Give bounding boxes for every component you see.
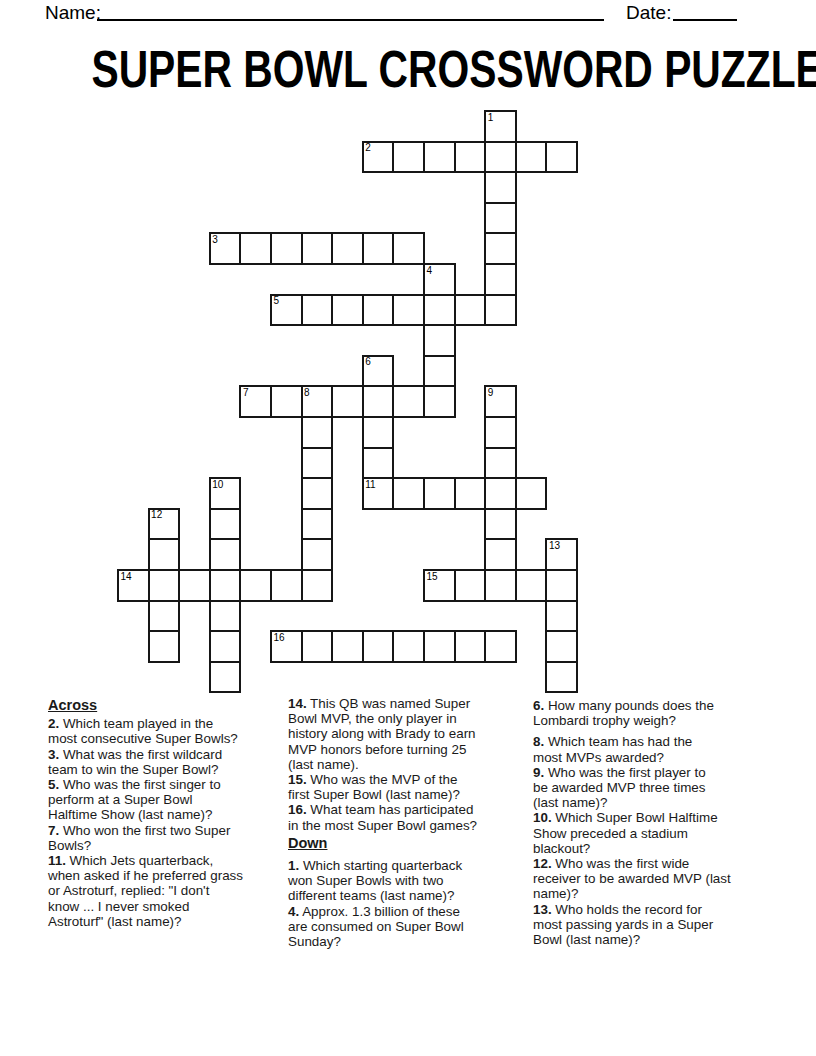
cell-number: 1 — [488, 113, 494, 123]
grid-cell[interactable] — [545, 661, 578, 694]
clue-text: This QB was named Super Bowl MVP, the on… — [288, 696, 476, 772]
grid-cell[interactable] — [392, 630, 425, 663]
grid-cell[interactable] — [362, 385, 395, 418]
grid-cell[interactable] — [362, 630, 395, 663]
clue-13: 13. Who holds the record for most passin… — [533, 902, 795, 948]
clue-number-label: 10. — [533, 810, 552, 825]
clue-number-label: 16. — [288, 802, 307, 817]
clue-text: Who was the first wide receiver to be aw… — [533, 856, 731, 901]
cell-number: 12 — [151, 510, 162, 520]
cell-number: 7 — [243, 388, 249, 398]
clue-9: 9. Who was the first player to be awarde… — [533, 765, 795, 811]
clue-number-label: 6. — [533, 698, 544, 713]
grid-cell[interactable] — [545, 630, 578, 663]
grid-cell[interactable] — [392, 294, 425, 327]
clues-col-3: 6. How many pounds does the Lombardi tro… — [533, 698, 795, 947]
clue-number-label: 2. — [48, 716, 59, 731]
grid-cell[interactable] — [362, 294, 395, 327]
clue-text: Who was the first singer to perform at a… — [48, 777, 221, 822]
grid-cell[interactable] — [515, 141, 548, 174]
clue-2: 2. Which team played in the most consecu… — [48, 716, 310, 746]
grid-cell[interactable] — [209, 508, 242, 541]
grid-cell[interactable] — [301, 569, 334, 602]
grid-cell[interactable] — [545, 141, 578, 174]
clue-text: Which Jets quarterback, when asked if he… — [48, 853, 243, 929]
grid-cell[interactable] — [301, 416, 334, 449]
cell-number: 5 — [274, 296, 280, 306]
clue-number-label: 13. — [533, 902, 552, 917]
clue-5: 5. Who was the first singer to perform a… — [48, 777, 310, 823]
clue-1: 1. Which starting quarterback won Super … — [288, 858, 550, 904]
grid-cell[interactable] — [362, 416, 395, 449]
clue-text: Which starting quarterback won Super Bow… — [288, 858, 462, 903]
grid-cell[interactable] — [423, 324, 456, 357]
crossword-grid: 12345678910111213141516 — [117, 110, 579, 694]
clue-text: How many pounds does the Lombardi trophy… — [533, 698, 714, 728]
clue-text: Who was the first player to be awarded M… — [533, 765, 706, 810]
clue-number-label: 15. — [288, 772, 307, 787]
name-blank-line — [97, 19, 604, 21]
grid-cell[interactable] — [454, 294, 487, 327]
grid-cell[interactable] — [454, 630, 487, 663]
grid-cell[interactable] — [423, 355, 456, 388]
grid-cell[interactable] — [484, 538, 517, 571]
grid-cell[interactable] — [454, 569, 487, 602]
grid-cell[interactable] — [239, 569, 272, 602]
cell-number: 6 — [365, 357, 371, 367]
grid-cell[interactable] — [392, 141, 425, 174]
clue-number-label: 4. — [288, 904, 299, 919]
clues-col-2: 14. This QB was named Super Bowl MVP, th… — [288, 696, 550, 949]
grid-cell[interactable] — [423, 477, 456, 510]
grid-cell[interactable] — [301, 477, 334, 510]
title-wrap: SUPER BOWL CROSSWORD PUZZLE — [0, 44, 816, 95]
grid-cell[interactable] — [515, 477, 548, 510]
clue-text: Who was the MVP of the first Super Bowl … — [288, 772, 460, 802]
cell-number: 3 — [212, 235, 218, 245]
date-label: Date: — [626, 3, 671, 22]
clue-number-label: 8. — [533, 734, 544, 749]
grid-cell[interactable] — [239, 232, 272, 265]
clue-7: 7. Who won the first two Super Bowls? — [48, 823, 310, 853]
grid-cell[interactable] — [209, 600, 242, 633]
grid-cell[interactable] — [209, 569, 242, 602]
grid-cell[interactable] — [423, 630, 456, 663]
grid-cell[interactable] — [484, 569, 517, 602]
cell-number: 14 — [121, 572, 132, 582]
grid-cell[interactable] — [148, 600, 181, 633]
clue-text: Approx. 1.3 billion of these are consume… — [288, 904, 464, 949]
grid-cell[interactable] — [454, 477, 487, 510]
clue-12: 12. Who was the first wide receiver to b… — [533, 856, 795, 902]
clue-11: 11. Which Jets quarterback, when asked i… — [48, 853, 310, 929]
clue-text: What was the first wildcard team to win … — [48, 747, 222, 777]
grid-cell[interactable] — [484, 202, 517, 235]
grid-cell[interactable] — [331, 385, 364, 418]
cell-number: 4 — [427, 266, 433, 276]
grid-cell[interactable] — [301, 538, 334, 571]
clue-number-label: 9. — [533, 765, 544, 780]
clue-number-label: 5. — [48, 777, 59, 792]
page-title: SUPER BOWL CROSSWORD PUZZLE — [91, 44, 816, 95]
grid-cell[interactable] — [270, 569, 303, 602]
clue-text: What team has participated in the most S… — [288, 802, 477, 832]
grid-cell[interactable] — [545, 569, 578, 602]
clue-number-label: 11. — [48, 853, 66, 868]
grid-cell[interactable] — [301, 508, 334, 541]
cell-number: 13 — [549, 541, 560, 551]
grid-cell[interactable] — [423, 294, 456, 327]
clue-text: Who holds the record for most passing ya… — [533, 902, 713, 947]
clue-text: Which team played in the most consecutiv… — [48, 716, 238, 746]
grid-cell[interactable] — [331, 294, 364, 327]
grid-cell[interactable] — [423, 385, 456, 418]
grid-cell[interactable] — [301, 630, 334, 663]
grid-cell[interactable] — [484, 416, 517, 449]
cell-number: 10 — [212, 480, 223, 490]
grid-cell[interactable] — [301, 447, 334, 480]
grid-cell[interactable] — [484, 141, 517, 174]
grid-cell[interactable] — [362, 447, 395, 480]
clue-3: 3. What was the first wildcard team to w… — [48, 747, 310, 777]
clue-8: 8. Which team has had the most MVPs awar… — [533, 734, 795, 764]
clue-number-label: 12. — [533, 856, 552, 871]
cell-number: 8 — [304, 388, 310, 398]
clue-6: 6. How many pounds does the Lombardi tro… — [533, 698, 795, 728]
cell-number: 9 — [488, 388, 494, 398]
grid-cell[interactable] — [484, 477, 517, 510]
grid-cell[interactable] — [392, 477, 425, 510]
grid-cell[interactable] — [270, 232, 303, 265]
clue-number-label: 7. — [48, 823, 59, 838]
across-header: Across — [48, 698, 310, 713]
grid-cell[interactable] — [484, 171, 517, 204]
clue-text: Which Super Bowl Halftime Show preceded … — [533, 810, 718, 855]
cell-number: 16 — [274, 633, 285, 643]
clue-text: Which team has had the most MVPs awarded… — [533, 734, 692, 764]
grid-cell[interactable] — [148, 538, 181, 571]
grid-cell[interactable] — [454, 141, 487, 174]
grid-cell[interactable] — [331, 232, 364, 265]
grid-cell[interactable] — [484, 263, 517, 296]
clue-number-label: 1. — [288, 858, 299, 873]
down-header: Down — [288, 836, 550, 851]
grid-cell[interactable] — [209, 661, 242, 694]
cell-number: 2 — [365, 143, 371, 153]
cell-number: 11 — [365, 480, 375, 490]
clue-10: 10. Which Super Bowl Halftime Show prece… — [533, 810, 795, 856]
grid-cell[interactable] — [209, 538, 242, 571]
grid-cell[interactable] — [392, 385, 425, 418]
grid-cell[interactable] — [301, 232, 334, 265]
clues-col-1: Across2. Which team played in the most c… — [48, 698, 310, 929]
clue-text: Who won the first two Super Bowls? — [48, 823, 230, 853]
grid-cell[interactable] — [148, 569, 181, 602]
date-blank-line — [673, 19, 737, 21]
grid-cell[interactable] — [331, 630, 364, 663]
grid-cell[interactable] — [270, 385, 303, 418]
clue-number-label: 14. — [288, 696, 307, 711]
grid-cell[interactable] — [545, 600, 578, 633]
name-label: Name: — [45, 3, 101, 22]
clue-16: 16. What team has participated in the mo… — [288, 802, 550, 832]
clue-14: 14. This QB was named Super Bowl MVP, th… — [288, 696, 550, 772]
grid-cell[interactable] — [484, 294, 517, 327]
clue-4: 4. Approx. 1.3 billion of these are cons… — [288, 904, 550, 950]
grid-cell[interactable] — [209, 630, 242, 663]
grid-cell[interactable] — [484, 508, 517, 541]
grid-cell[interactable] — [301, 294, 334, 327]
grid-cell[interactable] — [484, 630, 517, 663]
clue-15: 15. Who was the MVP of the first Super B… — [288, 772, 550, 802]
grid-cell[interactable] — [484, 232, 517, 265]
cell-number: 15 — [427, 572, 438, 582]
grid-cell[interactable] — [148, 630, 181, 663]
grid-cell[interactable] — [178, 569, 211, 602]
grid-cell[interactable] — [392, 232, 425, 265]
grid-cell[interactable] — [484, 447, 517, 480]
grid-cell[interactable] — [515, 569, 548, 602]
grid-cell[interactable] — [362, 232, 395, 265]
grid-cell[interactable] — [423, 141, 456, 174]
clue-number-label: 3. — [48, 747, 59, 762]
